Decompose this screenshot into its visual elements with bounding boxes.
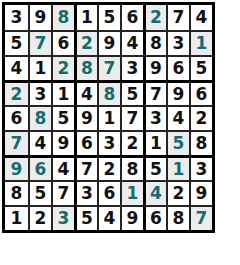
cell-r6c5[interactable]: 3 — [97, 130, 120, 155]
cell-r1c6[interactable]: 6 — [120, 5, 143, 30]
cell-r9c1[interactable]: 1 — [5, 205, 28, 230]
cell-r4c1[interactable]: 2 — [5, 80, 28, 105]
cell-r8c1[interactable]: 8 — [5, 180, 28, 205]
cell-r8c3[interactable]: 7 — [51, 180, 74, 205]
cell-r9c9[interactable]: 7 — [189, 205, 212, 230]
cell-r2c1[interactable]: 5 — [5, 30, 28, 55]
cell-r1c5[interactable]: 5 — [97, 5, 120, 30]
cell-r8c7[interactable]: 4 — [143, 180, 166, 205]
cell-r2c3[interactable]: 6 — [51, 30, 74, 55]
cell-r6c7[interactable]: 1 — [143, 130, 166, 155]
sudoku-board: 3981562745762948314128739652314857966859… — [2, 2, 215, 233]
sudoku-page: 3981562745762948314128739652314857966859… — [0, 0, 240, 233]
cell-r4c4[interactable]: 4 — [74, 80, 97, 105]
cell-r2c9[interactable]: 1 — [189, 30, 212, 55]
cell-r7c2[interactable]: 6 — [28, 155, 51, 180]
cell-r3c3[interactable]: 2 — [51, 55, 74, 80]
cell-r3c5[interactable]: 7 — [97, 55, 120, 80]
cell-r7c5[interactable]: 2 — [97, 155, 120, 180]
cell-r8c8[interactable]: 2 — [166, 180, 189, 205]
cell-r9c8[interactable]: 8 — [166, 205, 189, 230]
cell-r9c5[interactable]: 4 — [97, 205, 120, 230]
cell-r6c6[interactable]: 2 — [120, 130, 143, 155]
cell-r5c1[interactable]: 6 — [5, 105, 28, 130]
cell-r4c2[interactable]: 3 — [28, 80, 51, 105]
cell-r5c8[interactable]: 4 — [166, 105, 189, 130]
cell-r1c1[interactable]: 3 — [5, 5, 28, 30]
cell-r8c5[interactable]: 6 — [97, 180, 120, 205]
cell-r4c8[interactable]: 9 — [166, 80, 189, 105]
cell-r8c6[interactable]: 1 — [120, 180, 143, 205]
cell-r2c5[interactable]: 9 — [97, 30, 120, 55]
cell-r2c8[interactable]: 3 — [166, 30, 189, 55]
cell-r7c4[interactable]: 7 — [74, 155, 97, 180]
cell-r7c8[interactable]: 1 — [166, 155, 189, 180]
cell-r7c6[interactable]: 8 — [120, 155, 143, 180]
cell-r4c6[interactable]: 5 — [120, 80, 143, 105]
cell-r6c9[interactable]: 8 — [189, 130, 212, 155]
cell-r4c5[interactable]: 8 — [97, 80, 120, 105]
cell-r7c9[interactable]: 3 — [189, 155, 212, 180]
cell-r9c3[interactable]: 3 — [51, 205, 74, 230]
cell-r6c3[interactable]: 9 — [51, 130, 74, 155]
cell-r6c8[interactable]: 5 — [166, 130, 189, 155]
cell-r1c3[interactable]: 8 — [51, 5, 74, 30]
cell-r3c6[interactable]: 3 — [120, 55, 143, 80]
cell-r8c2[interactable]: 5 — [28, 180, 51, 205]
cell-r9c7[interactable]: 6 — [143, 205, 166, 230]
cell-r5c4[interactable]: 9 — [74, 105, 97, 130]
cell-r1c4[interactable]: 1 — [74, 5, 97, 30]
cell-r1c2[interactable]: 9 — [28, 5, 51, 30]
cell-r9c2[interactable]: 2 — [28, 205, 51, 230]
cell-r3c9[interactable]: 5 — [189, 55, 212, 80]
cell-r3c7[interactable]: 9 — [143, 55, 166, 80]
cell-r4c7[interactable]: 7 — [143, 80, 166, 105]
cell-r6c4[interactable]: 6 — [74, 130, 97, 155]
cell-r2c2[interactable]: 7 — [28, 30, 51, 55]
cell-r1c9[interactable]: 4 — [189, 5, 212, 30]
cell-r2c4[interactable]: 2 — [74, 30, 97, 55]
cell-r5c3[interactable]: 5 — [51, 105, 74, 130]
cell-r9c4[interactable]: 5 — [74, 205, 97, 230]
cell-r3c4[interactable]: 8 — [74, 55, 97, 80]
cell-r3c8[interactable]: 6 — [166, 55, 189, 80]
cell-r4c9[interactable]: 6 — [189, 80, 212, 105]
cell-r5c2[interactable]: 8 — [28, 105, 51, 130]
cell-r7c7[interactable]: 5 — [143, 155, 166, 180]
cell-r8c9[interactable]: 9 — [189, 180, 212, 205]
cell-r3c2[interactable]: 1 — [28, 55, 51, 80]
cell-r6c2[interactable]: 4 — [28, 130, 51, 155]
cell-r5c6[interactable]: 7 — [120, 105, 143, 130]
cell-r1c8[interactable]: 7 — [166, 5, 189, 30]
cell-r3c1[interactable]: 4 — [5, 55, 28, 80]
cell-r5c5[interactable]: 1 — [97, 105, 120, 130]
cell-r6c1[interactable]: 7 — [5, 130, 28, 155]
cell-r2c7[interactable]: 8 — [143, 30, 166, 55]
cell-r5c9[interactable]: 2 — [189, 105, 212, 130]
cell-r5c7[interactable]: 3 — [143, 105, 166, 130]
cell-r1c7[interactable]: 2 — [143, 5, 166, 30]
cell-r4c3[interactable]: 1 — [51, 80, 74, 105]
cell-r8c4[interactable]: 3 — [74, 180, 97, 205]
cell-r7c3[interactable]: 4 — [51, 155, 74, 180]
cell-r9c6[interactable]: 9 — [120, 205, 143, 230]
cell-r2c6[interactable]: 4 — [120, 30, 143, 55]
cell-r7c1[interactable]: 9 — [5, 155, 28, 180]
